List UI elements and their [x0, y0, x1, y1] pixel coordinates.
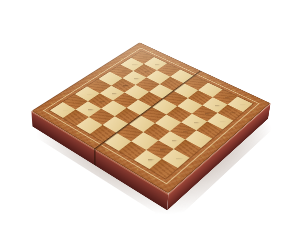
folding-chess-board: aa88bb77cc66dd55ee44ff33gg22hh11 ♜♞♝♛♚♝♞…: [31, 42, 270, 193]
black-pawn-glyph: ♟: [67, 100, 84, 119]
white-rook-glyph: ♜: [153, 146, 175, 171]
chess-set-scene: aa88bb77cc66dd55ee44ff33gg22hh11 ♜♞♝♛♚♝♞…: [0, 0, 300, 250]
fold-seam-side: [94, 149, 96, 166]
product-photo-stage: aa88bb77cc66dd55ee44ff33gg22hh11 ♜♞♝♛♚♝♞…: [0, 0, 300, 250]
